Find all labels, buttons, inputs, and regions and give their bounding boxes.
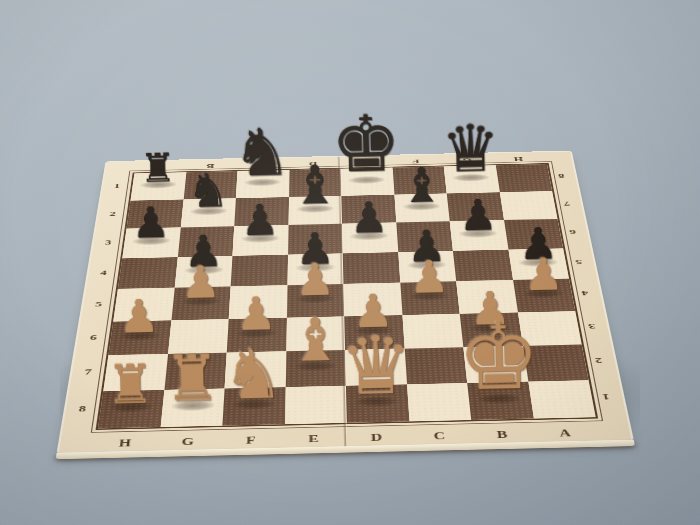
board-squares: ♜♞♚♛♞♝♝♟♟♟♟♟♟♟♟♟♟♟♟♟♟♟♟♝♜♜♞♛♚ bbox=[96, 163, 599, 430]
coordinate-label: E bbox=[282, 433, 345, 446]
coordinate-label: 4 bbox=[92, 257, 115, 288]
knight-glyph: ♞ bbox=[182, 338, 325, 409]
chess-board: HGFEDCBA HGFEDCBA 12345678 12345678 ♜♞♚♛… bbox=[59, 152, 632, 453]
coordinate-label: C bbox=[408, 430, 472, 442]
coordinate-label: D bbox=[345, 432, 408, 445]
king-glyph: ♚ bbox=[433, 310, 566, 404]
coordinate-label: 2 bbox=[586, 343, 612, 379]
board-perspective-wrap: HGFEDCBA HGFEDCBA 12345678 12345678 ♜♞♚♛… bbox=[59, 152, 632, 453]
coordinate-label: G bbox=[156, 436, 220, 449]
pawn-glyph: ♟ bbox=[77, 292, 202, 340]
queen-glyph: ♛ bbox=[310, 323, 442, 407]
photo-scene: HGFEDCBA HGFEDCBA 12345678 12345678 ♜♞♚♛… bbox=[0, 0, 700, 525]
coordinate-label: B bbox=[470, 429, 534, 441]
coordinate-label: 8 bbox=[550, 163, 572, 190]
coordinate-label: H bbox=[93, 437, 157, 450]
coordinate-label: A bbox=[533, 427, 598, 439]
coordinate-label: F bbox=[219, 435, 282, 448]
coordinate-label: 3 bbox=[579, 309, 604, 343]
coordinate-label: 7 bbox=[556, 189, 579, 217]
